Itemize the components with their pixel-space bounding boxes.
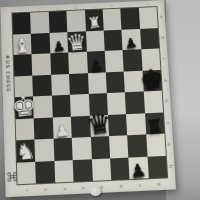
coordinate-label-g: g <box>166 143 171 146</box>
square-e1[interactable]: ♚ <box>15 96 34 118</box>
coordinate-label-2: 2 <box>37 8 41 10</box>
square-b7[interactable]: ♟ <box>122 28 141 50</box>
square-a8[interactable] <box>139 7 158 28</box>
coordinate-label-2: 2 <box>43 188 48 191</box>
coordinate-label-5: 5 <box>91 5 95 7</box>
coordinate-label-e: e <box>164 100 169 103</box>
coordinate-label-f: f <box>165 122 170 124</box>
us-chess-logo-icon: ◉ <box>6 53 11 59</box>
photo-background: ♜♝♟♛♟♟♚♚♟♛♜♞♟ 12345678 12345678 abcdefgh… <box>0 0 200 200</box>
coordinate-label-6: 6 <box>109 5 113 7</box>
coordinate-label-8: 8 <box>156 183 161 186</box>
square-b2[interactable] <box>31 32 50 54</box>
coordinate-label-h: h <box>168 165 173 168</box>
black-pawn-c5[interactable]: ♟ <box>89 60 103 74</box>
white-pawn-f3[interactable]: ♟ <box>54 123 70 139</box>
coordinate-label-8: 8 <box>145 3 149 5</box>
corner-knot-emblem-icon: ⌘ <box>6 170 19 185</box>
coordinate-label-3: 3 <box>55 7 59 9</box>
square-g3[interactable] <box>53 138 72 161</box>
square-c2[interactable] <box>32 53 51 75</box>
square-b1[interactable]: ♝ <box>13 33 32 55</box>
black-queen-f5[interactable]: ♛ <box>86 112 113 138</box>
black-rook-f8[interactable]: ♜ <box>145 117 164 135</box>
coordinate-label-4: 4 <box>81 186 86 189</box>
square-d4[interactable] <box>69 73 88 95</box>
square-a7[interactable] <box>121 8 140 29</box>
square-g6[interactable] <box>109 135 129 158</box>
coordinate-label-7: 7 <box>137 183 142 186</box>
coordinate-label-5: 5 <box>99 185 104 188</box>
coordinate-label-1: 1 <box>25 189 30 192</box>
coordinate-label-b: b <box>160 37 165 40</box>
coordinate-label-3: 3 <box>62 187 67 190</box>
white-king-e1[interactable]: ♚ <box>11 93 38 119</box>
square-d5[interactable] <box>87 72 106 94</box>
square-f3[interactable]: ♟ <box>52 116 71 138</box>
square-a6[interactable] <box>103 9 122 30</box>
square-b5[interactable] <box>85 30 104 52</box>
square-h5[interactable] <box>91 158 111 181</box>
square-g7[interactable] <box>127 134 147 157</box>
white-bishop-b1[interactable]: ♝ <box>13 37 33 56</box>
square-f7[interactable] <box>126 113 146 135</box>
board-branding-text: US CHESS <box>5 60 12 92</box>
square-e3[interactable] <box>52 95 71 117</box>
square-a5[interactable]: ♜ <box>85 9 104 30</box>
white-rook-a5[interactable]: ♜ <box>87 17 102 31</box>
black-king-d8[interactable]: ♚ <box>139 67 166 92</box>
square-h4[interactable] <box>73 159 93 182</box>
square-b6[interactable] <box>104 29 123 51</box>
square-h2[interactable] <box>36 160 55 183</box>
coordinate-label-1: 1 <box>19 9 23 11</box>
square-b8[interactable] <box>140 28 159 50</box>
square-c5[interactable]: ♟ <box>86 51 105 73</box>
square-f5[interactable]: ♛ <box>89 115 109 137</box>
square-c3[interactable] <box>50 53 69 75</box>
square-g2[interactable] <box>35 139 54 162</box>
white-queen-b4[interactable]: ♛ <box>66 32 89 53</box>
coordinate-label-c: c <box>161 58 166 60</box>
stray-white-object <box>90 187 101 196</box>
board-mat-border: ♜♝♟♛♟♟♚♚♟♛♜♞♟ 12345678 12345678 abcdefgh… <box>0 0 176 197</box>
coordinate-label-a: a <box>159 16 164 19</box>
square-h7[interactable]: ♟ <box>129 156 149 179</box>
square-d3[interactable] <box>51 74 70 96</box>
black-pawn-b7[interactable]: ♟ <box>125 38 139 51</box>
white-knight-g1[interactable]: ♞ <box>15 142 37 163</box>
coordinate-label-4: 4 <box>73 6 77 8</box>
black-pawn-b3[interactable]: ♟ <box>52 41 66 54</box>
square-h8[interactable] <box>147 155 167 178</box>
square-h3[interactable] <box>54 160 74 183</box>
coordinate-label-6: 6 <box>118 184 123 187</box>
square-h6[interactable] <box>110 157 130 180</box>
square-g1[interactable]: ♞ <box>16 139 35 162</box>
board-grid: ♜♝♟♛♟♟♚♚♟♛♜♞♟ <box>12 7 167 184</box>
coordinate-label-7: 7 <box>127 4 131 6</box>
chess-board: ♜♝♟♛♟♟♚♚♟♛♜♞♟ 12345678 12345678 abcdefgh… <box>0 0 176 197</box>
square-f2[interactable] <box>34 117 53 139</box>
black-pawn-h7[interactable]: ♟ <box>130 163 148 180</box>
square-a3[interactable] <box>48 11 67 32</box>
square-a2[interactable] <box>30 12 49 33</box>
square-d8[interactable]: ♚ <box>142 69 162 91</box>
square-b4[interactable]: ♛ <box>67 31 86 53</box>
square-c6[interactable] <box>105 50 124 72</box>
square-d6[interactable] <box>106 71 125 93</box>
square-f8[interactable]: ♜ <box>145 112 165 134</box>
square-a1[interactable] <box>12 13 31 34</box>
